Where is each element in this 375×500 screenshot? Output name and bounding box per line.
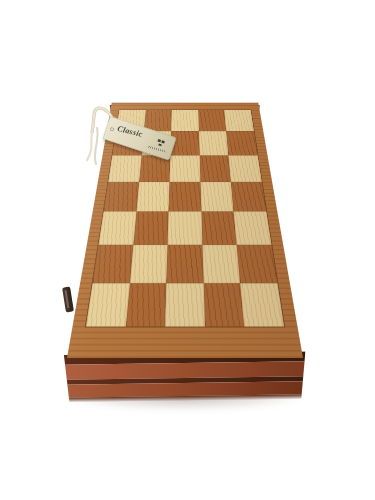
- board-square: [226, 131, 257, 155]
- tag-fine-print: [148, 146, 166, 152]
- tag-hole-icon: [109, 127, 114, 132]
- board-square: [199, 131, 229, 155]
- board-square: [170, 131, 199, 155]
- board-square: [198, 110, 226, 132]
- board-square: [200, 182, 233, 212]
- board-square: [229, 155, 262, 182]
- brand-logo-icon: [156, 139, 165, 147]
- board-square: [130, 245, 168, 283]
- board-square: [234, 212, 272, 245]
- board-square: [133, 212, 169, 245]
- side-latch-icon: [62, 287, 74, 313]
- board-square: [167, 245, 204, 283]
- board-square: [237, 245, 277, 283]
- board-square: [165, 283, 205, 327]
- board-square: [86, 283, 130, 327]
- board-square: [231, 182, 266, 212]
- board-square: [224, 110, 254, 132]
- board-square: [169, 182, 202, 212]
- board-square: [201, 212, 237, 245]
- board-square: [202, 245, 240, 283]
- board-square: [168, 212, 203, 245]
- board-square: [93, 245, 133, 283]
- board-square: [125, 283, 166, 327]
- board-square: [170, 155, 201, 182]
- board-square: [136, 182, 169, 212]
- board-square: [203, 283, 244, 327]
- product-photo: Classic: [0, 0, 375, 500]
- board-square: [98, 212, 136, 245]
- tag-brand-script: Classic: [116, 124, 143, 139]
- board-square: [171, 110, 199, 132]
- board-square: [104, 182, 139, 212]
- case-front-side: [63, 351, 308, 402]
- board-square: [240, 283, 284, 327]
- board-square: [200, 155, 232, 182]
